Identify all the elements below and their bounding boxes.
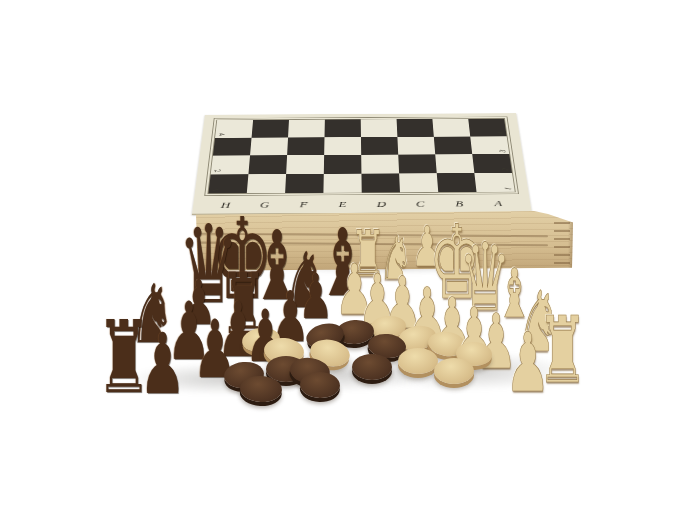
board-square	[398, 154, 436, 173]
board-square	[435, 154, 474, 173]
box-right-edge	[568, 219, 574, 271]
board-square	[247, 174, 286, 193]
rank-label: 1	[491, 182, 523, 194]
light-pawn: ♟	[505, 322, 551, 404]
board-square	[434, 136, 472, 154]
board-frame: 4 3 2 1 4 3 2 1	[207, 118, 515, 194]
board-square	[361, 173, 400, 192]
board-grid	[208, 119, 514, 194]
chess-set-product-photo: 4 3 2 1 4 3 2 1 H G F E D C B A	[0, 0, 700, 525]
board-square	[323, 173, 361, 192]
board-square	[399, 173, 438, 192]
light-checker-disc	[434, 358, 474, 384]
board-square	[432, 119, 470, 137]
board-square	[287, 137, 324, 155]
board-square	[361, 155, 399, 174]
board-square	[285, 174, 324, 193]
board-square	[288, 120, 325, 138]
board-square	[361, 137, 398, 155]
board-square	[361, 119, 398, 137]
board-square	[324, 137, 361, 155]
light-checker-disc	[398, 348, 438, 374]
board-square	[286, 155, 324, 174]
board-square	[248, 155, 287, 174]
board-square	[325, 119, 361, 137]
board-square	[397, 136, 435, 154]
board-square	[324, 155, 362, 174]
board-square	[437, 173, 477, 192]
board-square	[252, 120, 289, 138]
dark-pawn: ♟	[139, 322, 186, 406]
dark-checker-disc	[352, 354, 392, 380]
board-square	[250, 137, 288, 155]
board-square	[397, 119, 434, 137]
